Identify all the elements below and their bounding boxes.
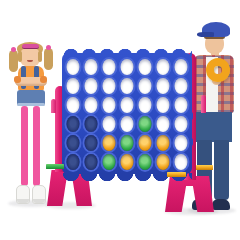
empty-hole bbox=[85, 135, 98, 151]
empty-hole bbox=[121, 59, 134, 75]
green-disc bbox=[139, 154, 152, 170]
empty-hole bbox=[103, 116, 116, 132]
empty-hole bbox=[85, 154, 98, 170]
empty-hole bbox=[175, 97, 188, 113]
connect-four-set bbox=[0, 0, 240, 240]
cell-r2c4[interactable] bbox=[118, 76, 136, 95]
cell-r5c2[interactable] bbox=[82, 133, 100, 152]
empty-hole bbox=[157, 97, 170, 113]
empty-hole bbox=[67, 59, 80, 75]
empty-hole bbox=[175, 59, 188, 75]
cell-r3c4[interactable] bbox=[118, 95, 136, 114]
empty-hole bbox=[67, 135, 80, 151]
yellow-disc bbox=[139, 135, 152, 151]
empty-hole bbox=[67, 78, 80, 94]
empty-hole bbox=[103, 78, 116, 94]
green-disc bbox=[139, 116, 152, 132]
cell-r4c2[interactable] bbox=[82, 114, 100, 133]
cell-r3c2[interactable] bbox=[82, 95, 100, 114]
cell-r6c5[interactable] bbox=[136, 152, 154, 171]
empty-hole bbox=[67, 116, 80, 132]
yellow-disc-stack-front bbox=[167, 112, 186, 177]
empty-hole bbox=[139, 78, 152, 94]
cell-r5c1[interactable] bbox=[64, 133, 82, 152]
green-disc bbox=[121, 135, 134, 151]
cell-r5c5[interactable] bbox=[136, 133, 154, 152]
empty-hole bbox=[85, 116, 98, 132]
cell-r5c4[interactable] bbox=[118, 133, 136, 152]
cell-r1c5[interactable] bbox=[136, 57, 154, 76]
cell-r1c7[interactable] bbox=[172, 57, 190, 76]
cell-r4c1[interactable] bbox=[64, 114, 82, 133]
cell-r2c6[interactable] bbox=[154, 76, 172, 95]
cell-r2c5[interactable] bbox=[136, 76, 154, 95]
empty-hole bbox=[103, 59, 116, 75]
cell-r4c4[interactable] bbox=[118, 114, 136, 133]
green-disc-stack bbox=[46, 110, 64, 169]
cell-r4c3[interactable] bbox=[100, 114, 118, 133]
yellow-stack-disc bbox=[196, 165, 213, 170]
scene bbox=[0, 0, 240, 240]
empty-hole bbox=[67, 97, 80, 113]
cell-r1c3[interactable] bbox=[100, 57, 118, 76]
empty-hole bbox=[175, 78, 188, 94]
empty-hole bbox=[157, 59, 170, 75]
empty-hole bbox=[67, 154, 80, 170]
held-yellow-disc bbox=[206, 58, 230, 82]
cell-r3c3[interactable] bbox=[100, 95, 118, 114]
cell-r3c5[interactable] bbox=[136, 95, 154, 114]
empty-hole bbox=[157, 78, 170, 94]
empty-hole bbox=[85, 78, 98, 94]
cell-r1c4[interactable] bbox=[118, 57, 136, 76]
empty-hole bbox=[85, 59, 98, 75]
cell-r1c6[interactable] bbox=[154, 57, 172, 76]
cell-r1c1[interactable] bbox=[64, 57, 82, 76]
cell-r6c4[interactable] bbox=[118, 152, 136, 171]
empty-hole bbox=[121, 116, 134, 132]
yellow-stack-disc bbox=[167, 172, 186, 177]
cell-r2c3[interactable] bbox=[100, 76, 118, 95]
green-disc bbox=[103, 154, 116, 170]
cell-r6c1[interactable] bbox=[64, 152, 82, 171]
empty-hole bbox=[139, 97, 152, 113]
empty-hole bbox=[139, 59, 152, 75]
cell-r1c2[interactable] bbox=[82, 57, 100, 76]
cell-r6c2[interactable] bbox=[82, 152, 100, 171]
empty-hole bbox=[121, 78, 134, 94]
yellow-disc-stack-back bbox=[196, 111, 213, 170]
yellow-disc bbox=[103, 135, 116, 151]
empty-hole bbox=[121, 97, 134, 113]
cell-r4c5[interactable] bbox=[136, 114, 154, 133]
empty-hole bbox=[85, 97, 98, 113]
cell-r5c3[interactable] bbox=[100, 133, 118, 152]
cell-r2c2[interactable] bbox=[82, 76, 100, 95]
cell-r6c3[interactable] bbox=[100, 152, 118, 171]
green-stack-disc bbox=[46, 164, 64, 169]
cell-r3c1[interactable] bbox=[64, 95, 82, 114]
cell-r2c1[interactable] bbox=[64, 76, 82, 95]
yellow-disc bbox=[121, 154, 134, 170]
cell-r2c7[interactable] bbox=[172, 76, 190, 95]
empty-hole bbox=[103, 97, 116, 113]
